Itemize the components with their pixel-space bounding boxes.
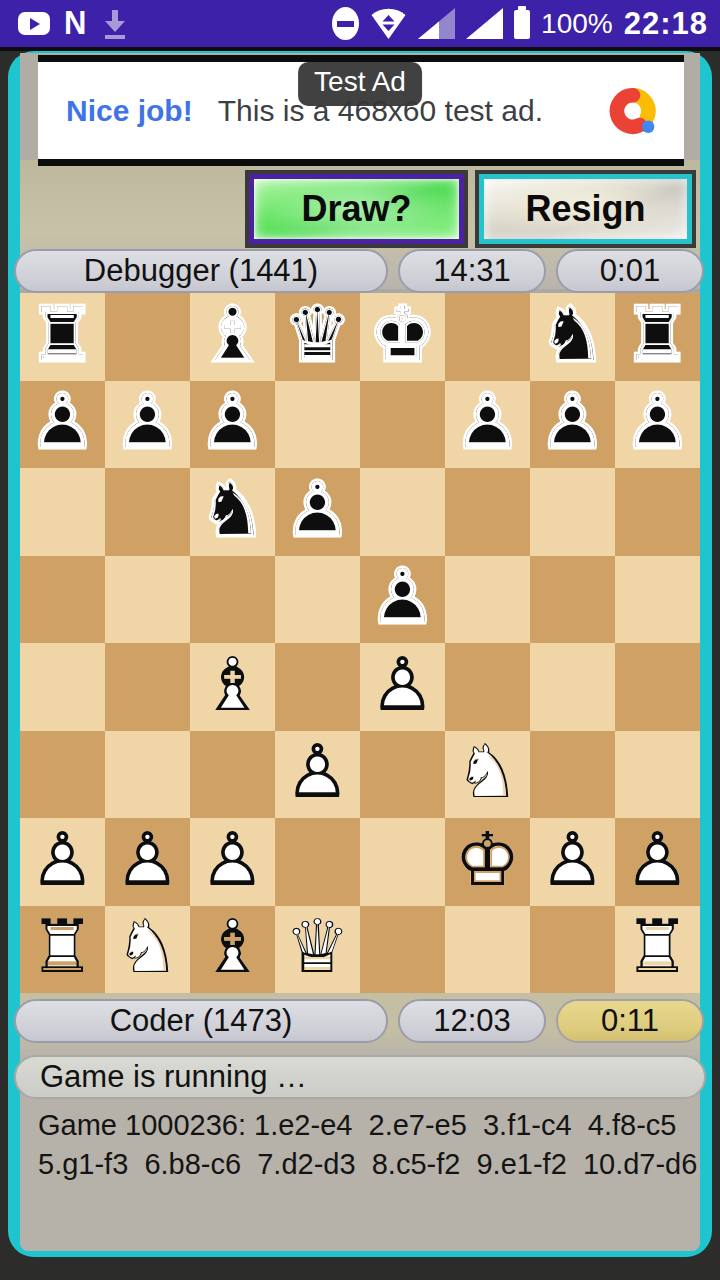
square-e8[interactable]: ♚♚♔ <box>360 293 445 381</box>
square-b3[interactable] <box>105 731 190 819</box>
square-e7[interactable] <box>360 381 445 469</box>
square-c1[interactable]: ♝♗ <box>190 906 275 994</box>
black-king[interactable]: ♚♚♔ <box>360 293 445 381</box>
black-queen[interactable]: ♛♛♕ <box>275 293 360 381</box>
square-e1[interactable] <box>360 906 445 994</box>
square-h8[interactable]: ♜♜♖ <box>615 293 700 381</box>
square-e4[interactable]: ♟♙ <box>360 643 445 731</box>
square-f5[interactable] <box>445 556 530 644</box>
white-rook[interactable]: ♜♖ <box>20 906 105 994</box>
square-h5[interactable] <box>615 556 700 644</box>
square-b7[interactable]: ♟♟♙ <box>105 381 190 469</box>
square-a6[interactable] <box>20 468 105 556</box>
square-b5[interactable] <box>105 556 190 644</box>
download-icon <box>100 8 130 40</box>
square-f4[interactable] <box>445 643 530 731</box>
square-f6[interactable] <box>445 468 530 556</box>
black-pawn[interactable]: ♟♟♙ <box>615 381 700 469</box>
square-b2[interactable]: ♟♙ <box>105 818 190 906</box>
square-a2[interactable]: ♟♙ <box>20 818 105 906</box>
square-a1[interactable]: ♜♖ <box>20 906 105 994</box>
signal-full-icon <box>466 8 503 39</box>
square-h2[interactable]: ♟♙ <box>615 818 700 906</box>
white-bishop[interactable]: ♝♗ <box>190 643 275 731</box>
square-a5[interactable] <box>20 556 105 644</box>
square-g3[interactable] <box>530 731 615 819</box>
square-d3[interactable]: ♟♙ <box>275 731 360 819</box>
square-c2[interactable]: ♟♙ <box>190 818 275 906</box>
white-knight[interactable]: ♞♘ <box>105 906 190 994</box>
square-b6[interactable] <box>105 468 190 556</box>
square-d5[interactable] <box>275 556 360 644</box>
square-c3[interactable] <box>190 731 275 819</box>
black-knight[interactable]: ♞♞♘ <box>190 468 275 556</box>
square-e5[interactable]: ♟♟♙ <box>360 556 445 644</box>
white-knight[interactable]: ♞♘ <box>445 731 530 819</box>
chess-board[interactable]: ♜♜♖♝♝♗♛♛♕♚♚♔♞♞♘♜♜♖♟♟♙♟♟♙♟♟♙♟♟♙♟♟♙♟♟♙♞♞♘♟… <box>20 293 700 993</box>
white-pawn[interactable]: ♟♙ <box>275 731 360 819</box>
square-b8[interactable] <box>105 293 190 381</box>
square-c5[interactable] <box>190 556 275 644</box>
square-d1[interactable]: ♛♕ <box>275 906 360 994</box>
top-player-clock: 14:31 <box>398 249 546 293</box>
square-d4[interactable] <box>275 643 360 731</box>
square-c8[interactable]: ♝♝♗ <box>190 293 275 381</box>
draw-button-label: Draw? <box>301 188 411 230</box>
black-pawn[interactable]: ♟♟♙ <box>530 381 615 469</box>
black-pawn[interactable]: ♟♟♙ <box>445 381 530 469</box>
square-a3[interactable] <box>20 731 105 819</box>
white-pawn[interactable]: ♟♙ <box>360 643 445 731</box>
square-h6[interactable] <box>615 468 700 556</box>
black-rook[interactable]: ♜♜♖ <box>20 293 105 381</box>
square-e2[interactable] <box>360 818 445 906</box>
white-pawn[interactable]: ♟♙ <box>20 818 105 906</box>
square-b1[interactable]: ♞♘ <box>105 906 190 994</box>
test-ad-badge: Test Ad <box>298 62 422 106</box>
square-h4[interactable] <box>615 643 700 731</box>
square-e6[interactable] <box>360 468 445 556</box>
move-list-line2: 5.g1-f3 6.b8-c6 7.d2-d3 8.c5-f2 9.e1-f2 … <box>38 1148 697 1180</box>
black-pawn[interactable]: ♟♟♙ <box>20 381 105 469</box>
resign-button[interactable]: Resign <box>475 170 696 248</box>
top-player-move-clock: 0:01 <box>556 249 704 293</box>
white-queen[interactable]: ♛♕ <box>275 906 360 994</box>
draw-button[interactable]: Draw? <box>245 170 468 248</box>
square-g5[interactable] <box>530 556 615 644</box>
white-pawn[interactable]: ♟♙ <box>530 818 615 906</box>
square-h7[interactable]: ♟♟♙ <box>615 381 700 469</box>
android-status-bar: N 100% 22:18 <box>0 0 720 47</box>
black-pawn[interactable]: ♟♟♙ <box>360 556 445 644</box>
square-g6[interactable] <box>530 468 615 556</box>
bottom-player-name: Coder (1473) <box>14 999 388 1043</box>
square-d8[interactable]: ♛♛♕ <box>275 293 360 381</box>
top-player-name: Debugger (1441) <box>14 249 388 293</box>
square-c4[interactable]: ♝♗ <box>190 643 275 731</box>
black-pawn[interactable]: ♟♟♙ <box>190 381 275 469</box>
black-bishop[interactable]: ♝♝♗ <box>190 293 275 381</box>
game-status-message: Game is running … <box>14 1055 706 1099</box>
black-pawn[interactable]: ♟♟♙ <box>105 381 190 469</box>
square-f7[interactable]: ♟♟♙ <box>445 381 530 469</box>
square-h3[interactable] <box>615 731 700 819</box>
signal-partial-icon <box>418 8 455 39</box>
square-d6[interactable]: ♟♟♙ <box>275 468 360 556</box>
bottom-player-clock: 12:03 <box>398 999 546 1043</box>
resign-button-label: Resign <box>525 188 645 230</box>
black-knight[interactable]: ♞♞♘ <box>530 293 615 381</box>
square-g2[interactable]: ♟♙ <box>530 818 615 906</box>
white-king[interactable]: ♚♔ <box>445 818 530 906</box>
android-n-logo-icon: N <box>64 5 86 43</box>
square-g8[interactable]: ♞♞♘ <box>530 293 615 381</box>
battery-icon <box>514 10 530 39</box>
white-pawn[interactable]: ♟♙ <box>615 818 700 906</box>
square-g7[interactable]: ♟♟♙ <box>530 381 615 469</box>
square-f3[interactable]: ♞♘ <box>445 731 530 819</box>
white-pawn[interactable]: ♟♙ <box>190 818 275 906</box>
bottom-player-move-clock: 0:11 <box>556 999 704 1043</box>
battery-percent: 100% <box>541 8 613 40</box>
wifi-vpn-icon <box>370 7 407 40</box>
square-c7[interactable]: ♟♟♙ <box>190 381 275 469</box>
square-g1[interactable] <box>530 906 615 994</box>
admob-logo-icon <box>606 84 660 138</box>
white-pawn[interactable]: ♟♙ <box>105 818 190 906</box>
square-a4[interactable] <box>20 643 105 731</box>
move-list: Game 1000236: 1.e2-e4 2.e7-e5 3.f1-c4 4.… <box>38 1106 688 1184</box>
do-not-disturb-icon <box>332 7 359 40</box>
square-f1[interactable] <box>445 906 530 994</box>
square-g4[interactable] <box>530 643 615 731</box>
ad-headline[interactable]: Nice job! <box>66 94 193 128</box>
square-f2[interactable]: ♚♔ <box>445 818 530 906</box>
square-d2[interactable] <box>275 818 360 906</box>
square-h1[interactable]: ♜♖ <box>615 906 700 994</box>
black-pawn[interactable]: ♟♟♙ <box>275 468 360 556</box>
move-list-line1: Game 1000236: 1.e2-e4 2.e7-e5 3.f1-c4 4.… <box>38 1109 676 1141</box>
white-bishop[interactable]: ♝♗ <box>190 906 275 994</box>
youtube-icon <box>18 12 50 35</box>
square-f8[interactable] <box>445 293 530 381</box>
white-rook[interactable]: ♜♖ <box>615 906 700 994</box>
clock-time: 22:18 <box>624 6 708 42</box>
square-a8[interactable]: ♜♜♖ <box>20 293 105 381</box>
square-e3[interactable] <box>360 731 445 819</box>
square-b4[interactable] <box>105 643 190 731</box>
square-a7[interactable]: ♟♟♙ <box>20 381 105 469</box>
status-bar-divider <box>0 47 720 51</box>
square-d7[interactable] <box>275 381 360 469</box>
black-rook[interactable]: ♜♜♖ <box>615 293 700 381</box>
square-c6[interactable]: ♞♞♘ <box>190 468 275 556</box>
